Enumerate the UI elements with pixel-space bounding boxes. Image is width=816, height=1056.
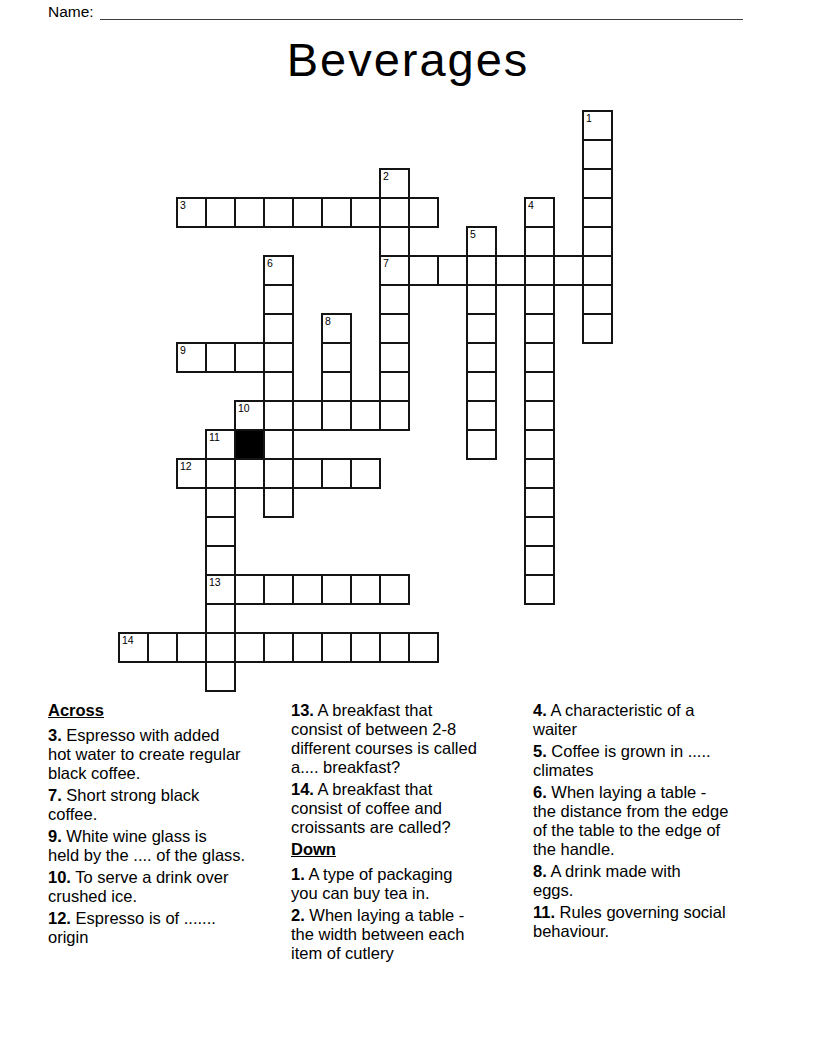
grid-number-13: 13: [209, 576, 221, 588]
cell-r3c14[interactable]: 4: [524, 197, 555, 228]
clue-text-line: a.... breakfast?: [291, 758, 477, 777]
cell-r8c4[interactable]: [234, 342, 265, 373]
cell-r8c7[interactable]: [321, 342, 352, 373]
grid-number-8: 8: [325, 315, 331, 327]
cell-r16c6[interactable]: [292, 574, 323, 605]
cell-r3c7[interactable]: [321, 197, 352, 228]
cell-r6c9[interactable]: [379, 284, 410, 315]
cell-r11c5[interactable]: [263, 429, 294, 460]
clue-number-label: 14.: [291, 780, 314, 798]
cell-r3c4[interactable]: [234, 197, 265, 228]
cell-r18c4[interactable]: [234, 632, 265, 663]
clue-across-9: 9. White wine glass isheld by the .... o…: [48, 827, 245, 865]
clue-column-2: 13. A breakfast thatconsist of between 2…: [291, 701, 477, 966]
cell-r16c5[interactable]: [263, 574, 294, 605]
clue-column-1: Across3. Espresso with addedhot water to…: [48, 701, 245, 950]
cell-r5c13[interactable]: [495, 255, 526, 286]
grid-number-11: 11: [209, 431, 220, 443]
clue-across-14: 14. A breakfast thatconsist of coffee an…: [291, 780, 477, 837]
cell-r6c12[interactable]: [466, 284, 497, 315]
cell-r11c4: [234, 429, 265, 460]
clue-text-line: black coffee.: [48, 764, 245, 783]
clue-down-11: 11. Rules governing socialbehaviour.: [533, 903, 728, 941]
clue-text-line: Short strong black: [62, 786, 200, 804]
cell-r3c2[interactable]: 3: [176, 197, 207, 228]
cell-r4c9[interactable]: [379, 226, 410, 257]
cell-r17c3[interactable]: [205, 603, 236, 634]
cell-r7c7[interactable]: 8: [321, 313, 352, 344]
cell-r9c12[interactable]: [466, 371, 497, 402]
cell-r4c16[interactable]: [582, 226, 613, 257]
cell-r10c12[interactable]: [466, 400, 497, 431]
clue-down-4: 4. A characteristic of awaiter: [533, 701, 728, 739]
cell-r2c9[interactable]: 2: [379, 168, 410, 199]
clue-down-8: 8. A drink made witheggs.: [533, 862, 728, 900]
cell-r7c5[interactable]: [263, 313, 294, 344]
clue-text-line: Rules governing social: [555, 903, 726, 921]
cell-r15c3[interactable]: [205, 545, 236, 576]
cell-r9c14[interactable]: [524, 371, 555, 402]
cell-r18c6[interactable]: [292, 632, 323, 663]
grid-number-7: 7: [383, 257, 389, 269]
grid-number-2: 2: [383, 170, 389, 182]
clue-text-line: the distance from the edge: [533, 802, 728, 821]
clue-text-line: To serve a drink over: [71, 868, 228, 886]
clue-text-line: White wine glass is: [62, 827, 207, 845]
worksheet-page: Name: Beverages 1234567891011121314 Acro…: [0, 0, 816, 1056]
cell-r3c9[interactable]: [379, 197, 410, 228]
cell-r12c5[interactable]: [263, 458, 294, 489]
grid-number-3: 3: [180, 199, 186, 211]
clue-text-line: Espresso is of .......: [71, 909, 216, 927]
clue-across-13: 13. A breakfast thatconsist of between 2…: [291, 701, 477, 777]
clue-text-line: consist of coffee and: [291, 799, 477, 818]
cell-r12c6[interactable]: [292, 458, 323, 489]
clue-text-line: item of cutlery: [291, 944, 477, 963]
clue-text-line: different courses is called: [291, 739, 477, 758]
cell-r5c9[interactable]: 7: [379, 255, 410, 286]
cell-r9c7[interactable]: [321, 371, 352, 402]
cell-r15c14[interactable]: [524, 545, 555, 576]
cell-r6c5[interactable]: [263, 284, 294, 315]
clue-text-line: the handle.: [533, 840, 728, 859]
cell-r12c7[interactable]: [321, 458, 352, 489]
cell-r3c5[interactable]: [263, 197, 294, 228]
cell-r18c5[interactable]: [263, 632, 294, 663]
clue-number-label: 12.: [48, 909, 71, 927]
cell-r12c14[interactable]: [524, 458, 555, 489]
clue-number-label: 2.: [291, 906, 305, 924]
clue-text-line: A drink made with: [547, 862, 681, 880]
cell-r18c7[interactable]: [321, 632, 352, 663]
clue-text-line: crushed ice.: [48, 887, 245, 906]
cell-r12c3[interactable]: [205, 458, 236, 489]
cell-r12c2[interactable]: 12: [176, 458, 207, 489]
clue-number-label: 4.: [533, 701, 547, 719]
clue-text-line: Espresso with added: [62, 726, 220, 744]
cell-r16c8[interactable]: [350, 574, 381, 605]
cell-r13c14[interactable]: [524, 487, 555, 518]
cell-r9c5[interactable]: [263, 371, 294, 402]
cell-r11c12[interactable]: [466, 429, 497, 460]
clue-text-line: coffee.: [48, 805, 245, 824]
cell-r5c12[interactable]: [466, 255, 497, 286]
cell-r4c12[interactable]: 5: [466, 226, 497, 257]
cell-r1c16[interactable]: [582, 139, 613, 170]
cell-r18c2[interactable]: [176, 632, 207, 663]
clue-number-label: 6.: [533, 783, 547, 801]
clue-number-label: 11.: [533, 903, 555, 921]
cell-r6c16[interactable]: [582, 284, 613, 315]
cell-r16c14[interactable]: [524, 574, 555, 605]
grid-number-14: 14: [122, 634, 134, 646]
cell-r16c4[interactable]: [234, 574, 265, 605]
cell-r18c0[interactable]: 14: [118, 632, 149, 663]
page-title: Beverages: [0, 35, 816, 85]
cell-r2c16[interactable]: [582, 168, 613, 199]
clue-text-line: consist of between 2-8: [291, 720, 477, 739]
clue-number-label: 8.: [533, 862, 547, 880]
clue-down-1: 1. A type of packagingyou can buy tea in…: [291, 865, 477, 903]
grid-number-6: 6: [267, 257, 273, 269]
cell-r3c10[interactable]: [408, 197, 439, 228]
cell-r12c4[interactable]: [234, 458, 265, 489]
clue-text-line: waiter: [533, 720, 728, 739]
clue-across-3: 3. Espresso with addedhot water to creat…: [48, 726, 245, 783]
cell-r10c7[interactable]: [321, 400, 352, 431]
cell-r5c16[interactable]: [582, 255, 613, 286]
clue-text-line: When laying a table -: [305, 906, 465, 924]
clue-text-line: hot water to create regular: [48, 745, 245, 764]
cell-r16c3[interactable]: 13: [205, 574, 236, 605]
cell-r10c4[interactable]: 10: [234, 400, 265, 431]
cell-r10c6[interactable]: [292, 400, 323, 431]
cell-r19c3[interactable]: [205, 661, 236, 692]
cell-r6c14[interactable]: [524, 284, 555, 315]
clue-text-line: When laying a table -: [547, 783, 707, 801]
clue-down-2: 2. When laying a table -the width betwee…: [291, 906, 477, 963]
cell-r3c8[interactable]: [350, 197, 381, 228]
cell-r18c9[interactable]: [379, 632, 410, 663]
cell-r0c16[interactable]: 1: [582, 110, 613, 141]
grid-number-10: 10: [238, 402, 250, 414]
cell-r3c6[interactable]: [292, 197, 323, 228]
across-heading: Across: [48, 701, 245, 720]
grid-number-12: 12: [180, 460, 192, 472]
cell-r13c3[interactable]: [205, 487, 236, 518]
cell-r8c12[interactable]: [466, 342, 497, 373]
cell-r3c3[interactable]: [205, 197, 236, 228]
clue-number-label: 10.: [48, 868, 71, 886]
grid-number-9: 9: [180, 344, 186, 356]
clue-text-line: A breakfast that: [314, 780, 432, 798]
cell-r10c14[interactable]: [524, 400, 555, 431]
cell-r9c9[interactable]: [379, 371, 410, 402]
cell-r7c12[interactable]: [466, 313, 497, 344]
grid-number-4: 4: [528, 199, 534, 211]
cell-r8c3[interactable]: [205, 342, 236, 373]
clue-text-line: origin: [48, 928, 245, 947]
cell-r14c14[interactable]: [524, 516, 555, 547]
clue-number-label: 13.: [291, 701, 314, 719]
cell-r11c14[interactable]: [524, 429, 555, 460]
cell-r13c5[interactable]: [263, 487, 294, 518]
cell-r18c1[interactable]: [147, 632, 178, 663]
cell-r8c14[interactable]: [524, 342, 555, 373]
clue-text-line: A breakfast that: [314, 701, 432, 719]
cell-r10c5[interactable]: [263, 400, 294, 431]
cell-r5c14[interactable]: [524, 255, 555, 286]
clue-number-label: 5.: [533, 742, 547, 760]
clue-text-line: eggs.: [533, 881, 728, 900]
clue-text-line: you can buy tea in.: [291, 884, 477, 903]
clue-text-line: behaviour.: [533, 922, 728, 941]
down-heading: Down: [291, 840, 477, 859]
cell-r10c9[interactable]: [379, 400, 410, 431]
cell-r14c3[interactable]: [205, 516, 236, 547]
cell-r5c15[interactable]: [553, 255, 584, 286]
name-line: [100, 2, 743, 20]
cell-r5c5[interactable]: 6: [263, 255, 294, 286]
cell-r3c16[interactable]: [582, 197, 613, 228]
cell-r10c8[interactable]: [350, 400, 381, 431]
clue-text-line: held by the .... of the glass.: [48, 846, 245, 865]
clue-text-line: A type of packaging: [305, 865, 453, 883]
cell-r12c8[interactable]: [350, 458, 381, 489]
grid-number-1: 1: [586, 112, 592, 124]
grid-number-5: 5: [470, 228, 476, 240]
name-label: Name:: [48, 2, 94, 21]
clue-number-label: 7.: [48, 786, 62, 804]
cell-r7c14[interactable]: [524, 313, 555, 344]
clue-across-10: 10. To serve a drink overcrushed ice.: [48, 868, 245, 906]
clue-across-12: 12. Espresso is of .......origin: [48, 909, 245, 947]
cell-r4c14[interactable]: [524, 226, 555, 257]
clue-number-label: 9.: [48, 827, 62, 845]
clue-text-line: climates: [533, 761, 728, 780]
clue-column-3: 4. A characteristic of awaiter5. Coffee …: [533, 701, 728, 944]
cell-r18c10[interactable]: [408, 632, 439, 663]
clue-text-line: of the table to the edge of: [533, 821, 728, 840]
clue-text-line: Coffee is grown in .....: [547, 742, 711, 760]
cell-r7c9[interactable]: [379, 313, 410, 344]
clue-text-line: A characteristic of a: [547, 701, 695, 719]
clue-text-line: croissants are called?: [291, 818, 477, 837]
clue-down-6: 6. When laying a table -the distance fro…: [533, 783, 728, 859]
cell-r5c10[interactable]: [408, 255, 439, 286]
clue-across-7: 7. Short strong blackcoffee.: [48, 786, 245, 824]
clue-down-5: 5. Coffee is grown in .....climates: [533, 742, 728, 780]
cell-r7c16[interactable]: [582, 313, 613, 344]
cell-r5c11[interactable]: [437, 255, 468, 286]
cell-r18c8[interactable]: [350, 632, 381, 663]
cell-r18c3[interactable]: [205, 632, 236, 663]
cell-r16c9[interactable]: [379, 574, 410, 605]
cell-r8c5[interactable]: [263, 342, 294, 373]
cell-r8c9[interactable]: [379, 342, 410, 373]
crossword-grid: 1234567891011121314: [118, 110, 613, 692]
cell-r11c3[interactable]: 11: [205, 429, 236, 460]
clue-number-label: 3.: [48, 726, 62, 744]
cell-r8c2[interactable]: 9: [176, 342, 207, 373]
clue-number-label: 1.: [291, 865, 305, 883]
cell-r16c7[interactable]: [321, 574, 352, 605]
clue-text-line: the width between each: [291, 925, 477, 944]
